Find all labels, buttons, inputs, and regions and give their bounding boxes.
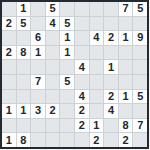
cell-r9c10: 7 (133, 119, 147, 133)
clue-digit: 1 (64, 47, 70, 58)
clue-digit: 8 (123, 120, 129, 131)
cell-r9c9: 8 (119, 119, 133, 133)
clue-digit: 1 (123, 91, 129, 102)
clue-digit: 4 (93, 32, 99, 43)
cell-r1c6[interactable] (75, 2, 89, 16)
cell-r1c9: 7 (119, 2, 133, 16)
cell-r2c4: 4 (46, 17, 60, 31)
clue-digit: 1 (93, 120, 99, 131)
cell-r6c6[interactable] (75, 75, 89, 89)
cell-r7c9: 1 (119, 90, 133, 104)
cell-r9c6: 2 (75, 119, 89, 133)
cell-r7c8: 2 (104, 90, 118, 104)
cell-r4c5: 1 (60, 46, 74, 60)
cell-r1c7[interactable] (90, 2, 104, 16)
cell-r1c2: 1 (17, 2, 31, 16)
clue-digit: 5 (20, 18, 26, 29)
cell-r1c4: 5 (46, 2, 60, 16)
clue-digit: 2 (6, 18, 12, 29)
cell-r7c7[interactable] (90, 90, 104, 104)
clue-digit: 2 (79, 105, 85, 116)
clue-digit: 1 (64, 32, 70, 43)
clue-digit: 2 (123, 135, 129, 146)
clue-digit: 2 (108, 32, 114, 43)
cell-r5c3[interactable] (31, 60, 45, 74)
cell-r6c7[interactable] (90, 75, 104, 89)
cell-r5c6: 4 (75, 60, 89, 74)
cell-r5c8: 1 (104, 60, 118, 74)
clue-digit: 2 (108, 91, 114, 102)
puzzle-board: 1575254561421928114175421511322421871822 (0, 0, 149, 149)
cell-r5c2[interactable] (17, 60, 31, 74)
cell-r1c1[interactable] (2, 2, 16, 16)
clue-digit: 3 (35, 105, 41, 116)
clue-digit: 1 (6, 135, 12, 146)
cell-r3c2[interactable] (17, 31, 31, 45)
cell-r6c8[interactable] (104, 75, 118, 89)
cell-r10c9: 2 (119, 133, 133, 147)
clue-digit: 5 (137, 91, 143, 102)
cell-r10c8[interactable] (104, 133, 118, 147)
cell-r5c4[interactable] (46, 60, 60, 74)
cell-r5c7[interactable] (90, 60, 104, 74)
clue-digit: 1 (20, 3, 26, 14)
cell-r3c5: 1 (60, 31, 74, 45)
cell-r8c5[interactable] (60, 104, 74, 118)
clue-digit: 4 (79, 91, 85, 102)
clue-digit: 7 (123, 3, 129, 14)
cell-r9c1[interactable] (2, 119, 16, 133)
cell-r4c6[interactable] (75, 46, 89, 60)
clue-digit: 4 (79, 62, 85, 73)
cell-r8c8: 4 (104, 104, 118, 118)
clue-digit: 2 (93, 135, 99, 146)
cell-r2c7[interactable] (90, 17, 104, 31)
cell-r2c3[interactable] (31, 17, 45, 31)
cell-r4c9[interactable] (119, 46, 133, 60)
cell-r9c3[interactable] (31, 119, 45, 133)
clue-digit: 5 (50, 3, 56, 14)
cell-r4c7[interactable] (90, 46, 104, 60)
cell-r7c4[interactable] (46, 90, 60, 104)
clue-digit: 6 (35, 32, 41, 43)
cell-r3c4[interactable] (46, 31, 60, 45)
clue-digit: 1 (108, 62, 114, 73)
clue-digit: 4 (50, 18, 56, 29)
cell-r8c7[interactable] (90, 104, 104, 118)
cell-r2c5: 5 (60, 17, 74, 31)
cell-r1c5[interactable] (60, 2, 74, 16)
cell-r2c2: 5 (17, 17, 31, 31)
cell-r2c6[interactable] (75, 17, 89, 31)
clue-digit: 1 (35, 47, 41, 58)
cell-r2c8[interactable] (104, 17, 118, 31)
cell-r2c9[interactable] (119, 17, 133, 31)
clue-digit: 8 (20, 47, 26, 58)
cell-r4c1: 2 (2, 46, 16, 60)
cell-r9c8[interactable] (104, 119, 118, 133)
cell-r3c3: 6 (31, 31, 45, 45)
cell-r8c4: 2 (46, 104, 60, 118)
clue-digit: 1 (20, 105, 26, 116)
cell-r6c5: 5 (60, 75, 74, 89)
cell-r9c2[interactable] (17, 119, 31, 133)
cell-r10c10[interactable] (133, 133, 147, 147)
cell-r3c6[interactable] (75, 31, 89, 45)
cell-r6c2[interactable] (17, 75, 31, 89)
cell-r7c2[interactable] (17, 90, 31, 104)
cell-r4c4[interactable] (46, 46, 60, 60)
cell-r8c10[interactable] (133, 104, 147, 118)
clue-digit: 9 (137, 32, 143, 43)
cell-r4c2: 8 (17, 46, 31, 60)
cell-r6c4[interactable] (46, 75, 60, 89)
cell-r5c1[interactable] (2, 60, 16, 74)
clue-digit: 2 (79, 120, 85, 131)
clue-digit: 7 (137, 120, 143, 131)
cell-r6c1[interactable] (2, 75, 16, 89)
cell-r10c3[interactable] (31, 133, 45, 147)
cell-r7c10: 5 (133, 90, 147, 104)
cell-r2c1: 2 (2, 17, 16, 31)
cell-r9c4[interactable] (46, 119, 60, 133)
cell-r8c2: 1 (17, 104, 31, 118)
cell-r9c7: 1 (90, 119, 104, 133)
cell-r1c8[interactable] (104, 2, 118, 16)
cell-r7c5[interactable] (60, 90, 74, 104)
cell-r6c3: 7 (31, 75, 45, 89)
cell-r7c1[interactable] (2, 90, 16, 104)
cell-r10c7: 2 (90, 133, 104, 147)
cell-r8c1: 1 (2, 104, 16, 118)
cell-r10c4[interactable] (46, 133, 60, 147)
cell-r1c3[interactable] (31, 2, 45, 16)
clue-digit: 7 (35, 76, 41, 87)
cell-r7c3[interactable] (31, 90, 45, 104)
cell-r3c10: 9 (133, 31, 147, 45)
cell-r4c8[interactable] (104, 46, 118, 60)
cell-r7c6: 4 (75, 90, 89, 104)
clue-digit: 8 (20, 135, 26, 146)
cell-r6c9[interactable] (119, 75, 133, 89)
cell-r10c2: 8 (17, 133, 31, 147)
cell-r8c3: 3 (31, 104, 45, 118)
clue-digit: 5 (64, 18, 70, 29)
cell-r5c9[interactable] (119, 60, 133, 74)
clue-digit: 2 (50, 105, 56, 116)
cell-r9c5[interactable] (60, 119, 74, 133)
cell-r1c10: 5 (133, 2, 147, 16)
clue-digit: 5 (64, 76, 70, 87)
cell-r10c6[interactable] (75, 133, 89, 147)
cell-r3c9: 1 (119, 31, 133, 45)
clue-digit: 4 (108, 105, 114, 116)
cell-r2c10[interactable] (133, 17, 147, 31)
cell-r10c5[interactable] (60, 133, 74, 147)
cell-r5c5[interactable] (60, 60, 74, 74)
clue-digit: 5 (137, 3, 143, 14)
cell-r4c3: 1 (31, 46, 45, 60)
clue-digit: 1 (123, 32, 129, 43)
clue-digit: 1 (6, 105, 12, 116)
cell-r6c10[interactable] (133, 75, 147, 89)
cell-r3c7: 4 (90, 31, 104, 45)
cell-r5c10[interactable] (133, 60, 147, 74)
cell-r8c9[interactable] (119, 104, 133, 118)
cell-r3c1[interactable] (2, 31, 16, 45)
cell-r4c10[interactable] (133, 46, 147, 60)
clue-digit: 2 (6, 47, 12, 58)
cell-r10c1: 1 (2, 133, 16, 147)
cell-r3c8: 2 (104, 31, 118, 45)
cell-r8c6: 2 (75, 104, 89, 118)
